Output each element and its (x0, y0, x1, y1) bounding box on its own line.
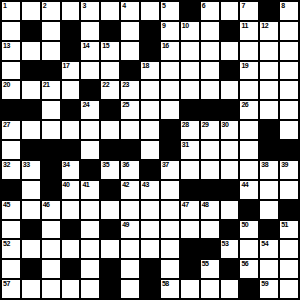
clue-number: 58 (162, 280, 169, 288)
crossword-cell-white[interactable] (41, 220, 61, 240)
crossword-cell-black (100, 140, 120, 160)
crossword-cell-white[interactable] (100, 120, 120, 140)
crossword-cell-white[interactable] (239, 80, 259, 100)
crossword-cell-white[interactable] (259, 200, 279, 220)
crossword-cell-white[interactable] (41, 120, 61, 140)
clue-number: 35 (102, 161, 109, 169)
crossword-cell-white[interactable] (80, 61, 100, 81)
clue-number: 54 (261, 240, 268, 248)
crossword-cell-white[interactable] (160, 61, 180, 81)
crossword-cell-white[interactable]: 4 (120, 1, 140, 21)
crossword-cell-white[interactable] (220, 41, 240, 61)
crossword-cell-black (100, 100, 120, 120)
crossword-cell-black (259, 140, 279, 160)
crossword-cell-white[interactable] (1, 21, 21, 41)
clue-number: 49 (122, 221, 129, 229)
crossword-cell-white[interactable] (220, 200, 240, 220)
crossword-cell-white[interactable]: 41 (80, 180, 100, 200)
crossword-cell-black (239, 279, 259, 299)
crossword-cell-white[interactable]: 20 (1, 80, 21, 100)
crossword-cell-black (1, 100, 21, 120)
crossword-cell-black (239, 200, 259, 220)
crossword-cell-white[interactable]: 44 (239, 180, 259, 200)
crossword-cell-black (100, 220, 120, 240)
crossword-cell-white[interactable]: 54 (259, 239, 279, 259)
crossword-cell-white[interactable] (21, 120, 41, 140)
crossword-cell-white[interactable] (80, 239, 100, 259)
crossword-cell-black (140, 279, 160, 299)
crossword-cell-white[interactable] (180, 80, 200, 100)
crossword-cell-white[interactable]: 39 (279, 160, 299, 180)
clue-number: 6 (202, 2, 205, 10)
crossword-cell-white[interactable]: 52 (1, 239, 21, 259)
crossword-cell-white[interactable] (41, 279, 61, 299)
clue-number: 17 (63, 62, 70, 70)
crossword-cell-black (21, 100, 41, 120)
crossword-cell-black (140, 160, 160, 180)
crossword-cell-white[interactable]: 27 (1, 120, 21, 140)
crossword-cell-black (61, 259, 81, 279)
crossword-cell-white[interactable] (21, 1, 41, 21)
crossword-cell-black (80, 160, 100, 180)
crossword-cell-white[interactable] (61, 239, 81, 259)
clue-number: 53 (222, 240, 229, 248)
crossword-cell-white[interactable] (80, 120, 100, 140)
crossword-cell-white[interactable] (180, 160, 200, 180)
crossword-cell-white[interactable] (200, 80, 220, 100)
crossword-cell-white[interactable] (120, 279, 140, 299)
crossword-cell-white[interactable]: 5 (160, 1, 180, 21)
clue-number: 5 (162, 2, 165, 10)
crossword-cell-white[interactable]: 47 (180, 200, 200, 220)
clue-number: 15 (102, 42, 109, 50)
clue-number: 48 (202, 201, 209, 209)
crossword-cell-white[interactable] (239, 41, 259, 61)
crossword-cell-white[interactable]: 33 (21, 160, 41, 180)
crossword-cell-white[interactable] (160, 180, 180, 200)
crossword-cell-white[interactable] (239, 160, 259, 180)
crossword-cell-white[interactable] (160, 259, 180, 279)
crossword-cell-white[interactable] (200, 61, 220, 81)
crossword-cell-white[interactable] (1, 220, 21, 240)
clue-number: 51 (281, 221, 288, 229)
crossword-cell-white[interactable]: 49 (120, 220, 140, 240)
crossword-cell-white[interactable] (200, 140, 220, 160)
crossword-cell-black (41, 160, 61, 180)
clue-number: 41 (82, 181, 89, 189)
crossword-cell-white[interactable] (200, 160, 220, 180)
crossword-cell-white[interactable]: 35 (100, 160, 120, 180)
crossword-cell-white[interactable] (21, 80, 41, 100)
crossword-cell-white[interactable] (21, 41, 41, 61)
crossword-cell-white[interactable]: 43 (140, 180, 160, 200)
crossword-cell-black (100, 180, 120, 200)
clue-number: 36 (122, 161, 129, 169)
crossword-cell-white[interactable]: 55 (200, 259, 220, 279)
clue-number: 45 (3, 201, 10, 209)
crossword-cell-white[interactable] (180, 279, 200, 299)
crossword-cell-white[interactable]: 58 (160, 279, 180, 299)
crossword-cell-white[interactable] (259, 41, 279, 61)
clue-number: 28 (182, 121, 189, 129)
crossword-cell-white[interactable] (80, 21, 100, 41)
crossword-cell-white[interactable]: 30 (220, 120, 240, 140)
crossword-cell-black (220, 21, 240, 41)
crossword-cell-white[interactable] (160, 200, 180, 220)
clue-number: 21 (43, 81, 50, 89)
crossword-cell-white[interactable]: 57 (1, 279, 21, 299)
crossword-cell-white[interactable] (220, 80, 240, 100)
crossword-cell-white[interactable]: 9 (160, 21, 180, 41)
crossword-cell-white[interactable] (180, 220, 200, 240)
clue-number: 3 (82, 2, 85, 10)
crossword-cell-white[interactable] (279, 239, 299, 259)
clue-number: 50 (241, 221, 248, 229)
crossword-cell-white[interactable]: 21 (41, 80, 61, 100)
crossword-cell-white[interactable] (61, 1, 81, 21)
clue-number: 11 (241, 22, 247, 30)
crossword-cell-white[interactable] (259, 80, 279, 100)
crossword-cell-white[interactable] (120, 41, 140, 61)
clue-number: 30 (222, 121, 229, 129)
clue-number: 55 (202, 260, 209, 268)
crossword-cell-white[interactable]: 16 (160, 41, 180, 61)
crossword-cell-white[interactable] (279, 279, 299, 299)
crossword-cell-black (180, 259, 200, 279)
crossword-cell-white[interactable] (100, 200, 120, 220)
crossword-cell-white[interactable] (21, 279, 41, 299)
crossword-cell-white[interactable]: 56 (239, 259, 259, 279)
clue-number: 34 (63, 161, 70, 169)
crossword-cell-white[interactable] (80, 279, 100, 299)
crossword-cell-white[interactable] (21, 239, 41, 259)
crossword-cell-white[interactable] (279, 21, 299, 41)
crossword-cell-white[interactable]: 14 (80, 41, 100, 61)
crossword-cell-white[interactable] (140, 200, 160, 220)
crossword-cell-white[interactable] (61, 200, 81, 220)
crossword-cell-white[interactable] (41, 21, 61, 41)
crossword-cell-white[interactable] (100, 1, 120, 21)
crossword-cell-black (41, 140, 61, 160)
crossword-cell-white[interactable] (41, 239, 61, 259)
crossword-cell-white[interactable] (41, 259, 61, 279)
crossword-cell-white[interactable] (239, 140, 259, 160)
crossword-cell-black (140, 21, 160, 41)
crossword-cell-white[interactable]: 45 (1, 200, 21, 220)
crossword-cell-white[interactable]: 32 (1, 160, 21, 180)
crossword-cell-white[interactable] (140, 120, 160, 140)
crossword-cell-black (200, 180, 220, 200)
crossword-cell-white[interactable]: 13 (1, 41, 21, 61)
crossword-cell-black (21, 140, 41, 160)
crossword-cell-black (61, 41, 81, 61)
crossword-cell-black (160, 140, 180, 160)
crossword-cell-black (259, 120, 279, 140)
crossword-cell-white[interactable] (120, 259, 140, 279)
crossword-cell-black (140, 41, 160, 61)
crossword-cell-white[interactable]: 38 (259, 160, 279, 180)
crossword-cell-white[interactable]: 12 (259, 21, 279, 41)
crossword-cell-white[interactable]: 48 (200, 200, 220, 220)
crossword-cell-white[interactable] (100, 61, 120, 81)
crossword-cell-black (61, 21, 81, 41)
crossword-cell-white[interactable]: 7 (239, 1, 259, 21)
clue-number: 38 (261, 161, 268, 169)
clue-number: 18 (142, 62, 149, 70)
crossword-cell-white[interactable] (220, 279, 240, 299)
crossword-cell-white[interactable] (120, 239, 140, 259)
crossword-cell-white[interactable] (200, 220, 220, 240)
crossword-cell-black (41, 61, 61, 81)
crossword-cell-black (100, 21, 120, 41)
crossword-cell-white[interactable] (61, 279, 81, 299)
clue-number: 7 (241, 2, 244, 10)
clue-number: 13 (3, 42, 10, 50)
crossword-cell-white[interactable] (61, 120, 81, 140)
clue-number: 46 (43, 201, 50, 209)
crossword-cell-white[interactable] (279, 80, 299, 100)
crossword-cell-black (220, 61, 240, 81)
crossword-cell-white[interactable]: 25 (120, 100, 140, 120)
crossword-cell-black (180, 1, 200, 21)
crossword-cell-white[interactable] (120, 200, 140, 220)
crossword-cell-white[interactable] (220, 140, 240, 160)
crossword-cell-black (61, 100, 81, 120)
crossword-cell-black (120, 61, 140, 81)
crossword-cell-white[interactable] (259, 259, 279, 279)
crossword-cell-white[interactable] (220, 1, 240, 21)
crossword-cell-white[interactable] (200, 41, 220, 61)
crossword-cell-black (21, 259, 41, 279)
crossword-cell-white[interactable] (140, 1, 160, 21)
crossword-cell-black (180, 180, 200, 200)
crossword-cell-black (21, 21, 41, 41)
clue-number: 27 (3, 121, 10, 129)
crossword-cell-white[interactable] (160, 80, 180, 100)
clue-number: 52 (3, 240, 10, 248)
crossword-cell-white[interactable] (80, 220, 100, 240)
clue-number: 10 (182, 22, 189, 30)
crossword-cell-white[interactable]: 26 (239, 100, 259, 120)
crossword-cell-white[interactable]: 29 (200, 120, 220, 140)
crossword-cell-white[interactable]: 6 (200, 1, 220, 21)
crossword-cell-black (100, 259, 120, 279)
crossword-cell-black (220, 180, 240, 200)
crossword-cell-white[interactable]: 42 (120, 180, 140, 200)
crossword-cell-white[interactable]: 1 (1, 1, 21, 21)
crossword-cell-white[interactable] (21, 180, 41, 200)
crossword-cell-white[interactable]: 22 (100, 80, 120, 100)
crossword-cell-white[interactable] (100, 239, 120, 259)
crossword-cell-white[interactable] (180, 41, 200, 61)
crossword-cell-black (61, 140, 81, 160)
crossword-cell-black (279, 140, 299, 160)
crossword-cell-white[interactable] (279, 259, 299, 279)
crossword-cell-white[interactable] (21, 200, 41, 220)
crossword-cell-white[interactable]: 40 (61, 180, 81, 200)
crossword-cell-white[interactable] (160, 100, 180, 120)
crossword-cell-white[interactable]: 10 (180, 21, 200, 41)
clue-number: 8 (281, 2, 284, 10)
crossword-cell-white[interactable] (61, 80, 81, 100)
crossword-cell-white[interactable] (180, 61, 200, 81)
clue-number: 33 (23, 161, 30, 169)
crossword-cell-black (120, 140, 140, 160)
crossword-cell-white[interactable]: 50 (239, 220, 259, 240)
clue-number: 37 (162, 161, 169, 169)
clue-number: 32 (3, 161, 10, 169)
crossword-cell-black (21, 61, 41, 81)
crossword-cell-black (200, 100, 220, 120)
crossword-cell-white[interactable]: 34 (61, 160, 81, 180)
crossword-cell-white[interactable]: 15 (100, 41, 120, 61)
clue-number: 20 (3, 81, 10, 89)
crossword-cell-white[interactable] (239, 239, 259, 259)
crossword-cell-white[interactable] (41, 100, 61, 120)
crossword-cell-black (140, 259, 160, 279)
crossword-cell-white[interactable]: 18 (140, 61, 160, 81)
crossword-cell-white[interactable] (259, 61, 279, 81)
crossword-cell-white[interactable] (200, 279, 220, 299)
clue-number: 26 (241, 101, 248, 109)
crossword-cell-white[interactable] (259, 100, 279, 120)
clue-number: 57 (3, 280, 10, 288)
crossword-cell-white[interactable] (160, 239, 180, 259)
clue-number: 24 (82, 101, 89, 109)
crossword-cell-white[interactable] (80, 200, 100, 220)
crossword-cell-white[interactable] (279, 180, 299, 200)
clue-number: 19 (241, 62, 248, 70)
crossword-cell-white[interactable] (239, 120, 259, 140)
clue-number: 29 (202, 121, 209, 129)
crossword-cell-black (80, 80, 100, 100)
crossword-cell-black (259, 220, 279, 240)
crossword-cell-white[interactable] (259, 180, 279, 200)
crossword-cell-white[interactable] (160, 220, 180, 240)
clue-number: 22 (102, 81, 109, 89)
crossword-cell-white[interactable] (140, 140, 160, 160)
crossword-cell-white[interactable]: 8 (279, 1, 299, 21)
crossword-cell-white[interactable]: 23 (120, 80, 140, 100)
crossword-cell-white[interactable]: 36 (120, 160, 140, 180)
clue-number: 4 (122, 2, 125, 10)
crossword-cell-white[interactable] (80, 140, 100, 160)
crossword-cell-black (1, 180, 21, 200)
crossword-cell-white[interactable] (279, 120, 299, 140)
clue-number: 56 (241, 260, 248, 268)
crossword-cell-black (200, 239, 220, 259)
crossword-cell-white[interactable] (140, 220, 160, 240)
crossword-cell-black (160, 120, 180, 140)
clue-number: 42 (122, 181, 129, 189)
crossword-cell-white[interactable] (80, 259, 100, 279)
crossword-cell-white[interactable]: 51 (279, 220, 299, 240)
crossword-cell-white[interactable]: 24 (80, 100, 100, 120)
crossword-cell-white[interactable] (1, 140, 21, 160)
crossword-cell-white[interactable] (279, 100, 299, 120)
crossword-cell-black (180, 239, 200, 259)
clue-number: 39 (281, 161, 288, 169)
crossword-cell-white[interactable]: 46 (41, 200, 61, 220)
crossword-cell-white[interactable] (200, 21, 220, 41)
crossword-cell-black (259, 1, 279, 21)
crossword-cell-white[interactable]: 59 (259, 279, 279, 299)
crossword-cell-black (61, 220, 81, 240)
clue-number: 47 (182, 201, 189, 209)
crossword-cell-white[interactable]: 17 (61, 61, 81, 81)
crossword-cell-black (41, 180, 61, 200)
crossword-board: 1234567891011121314151617181920212223242… (0, 0, 300, 300)
crossword-cell-black (279, 200, 299, 220)
clue-number: 40 (63, 181, 70, 189)
crossword-cell-white[interactable] (140, 239, 160, 259)
crossword-cell-black (100, 279, 120, 299)
crossword-cell-white[interactable]: 28 (180, 120, 200, 140)
crossword-cell-black (220, 259, 240, 279)
crossword-cell-white[interactable]: 3 (80, 1, 100, 21)
clue-number: 31 (182, 141, 189, 149)
crossword-cell-black (220, 100, 240, 120)
clue-number: 23 (122, 81, 129, 89)
clue-number: 14 (82, 42, 89, 50)
clue-number: 44 (241, 181, 248, 189)
clue-number: 1 (3, 2, 6, 10)
crossword-cell-white[interactable] (41, 41, 61, 61)
clue-number: 25 (122, 101, 129, 109)
clue-number: 9 (162, 22, 165, 30)
crossword-cell-white[interactable]: 2 (41, 1, 61, 21)
crossword-cell-black (180, 100, 200, 120)
crossword-cell-white[interactable] (140, 80, 160, 100)
crossword-cell-white[interactable] (1, 259, 21, 279)
clue-number: 12 (261, 22, 268, 30)
crossword-cell-white[interactable]: 53 (220, 239, 240, 259)
crossword-cell-white[interactable]: 19 (239, 61, 259, 81)
crossword-cell-black (220, 220, 240, 240)
crossword-cell-white[interactable] (220, 160, 240, 180)
crossword-cell-white[interactable] (279, 41, 299, 61)
crossword-cell-white[interactable]: 31 (180, 140, 200, 160)
crossword-cell-white[interactable]: 37 (160, 160, 180, 180)
crossword-cell-white[interactable] (120, 120, 140, 140)
crossword-cell-white[interactable] (140, 100, 160, 120)
clue-number: 2 (43, 2, 46, 10)
clue-number: 59 (261, 280, 268, 288)
crossword-cell-white[interactable]: 11 (239, 21, 259, 41)
crossword-cell-black (21, 220, 41, 240)
crossword-cell-white[interactable] (120, 21, 140, 41)
clue-number: 16 (162, 42, 169, 50)
clue-number: 43 (142, 181, 149, 189)
crossword-cell-white[interactable] (1, 61, 21, 81)
crossword-cell-white[interactable] (279, 61, 299, 81)
